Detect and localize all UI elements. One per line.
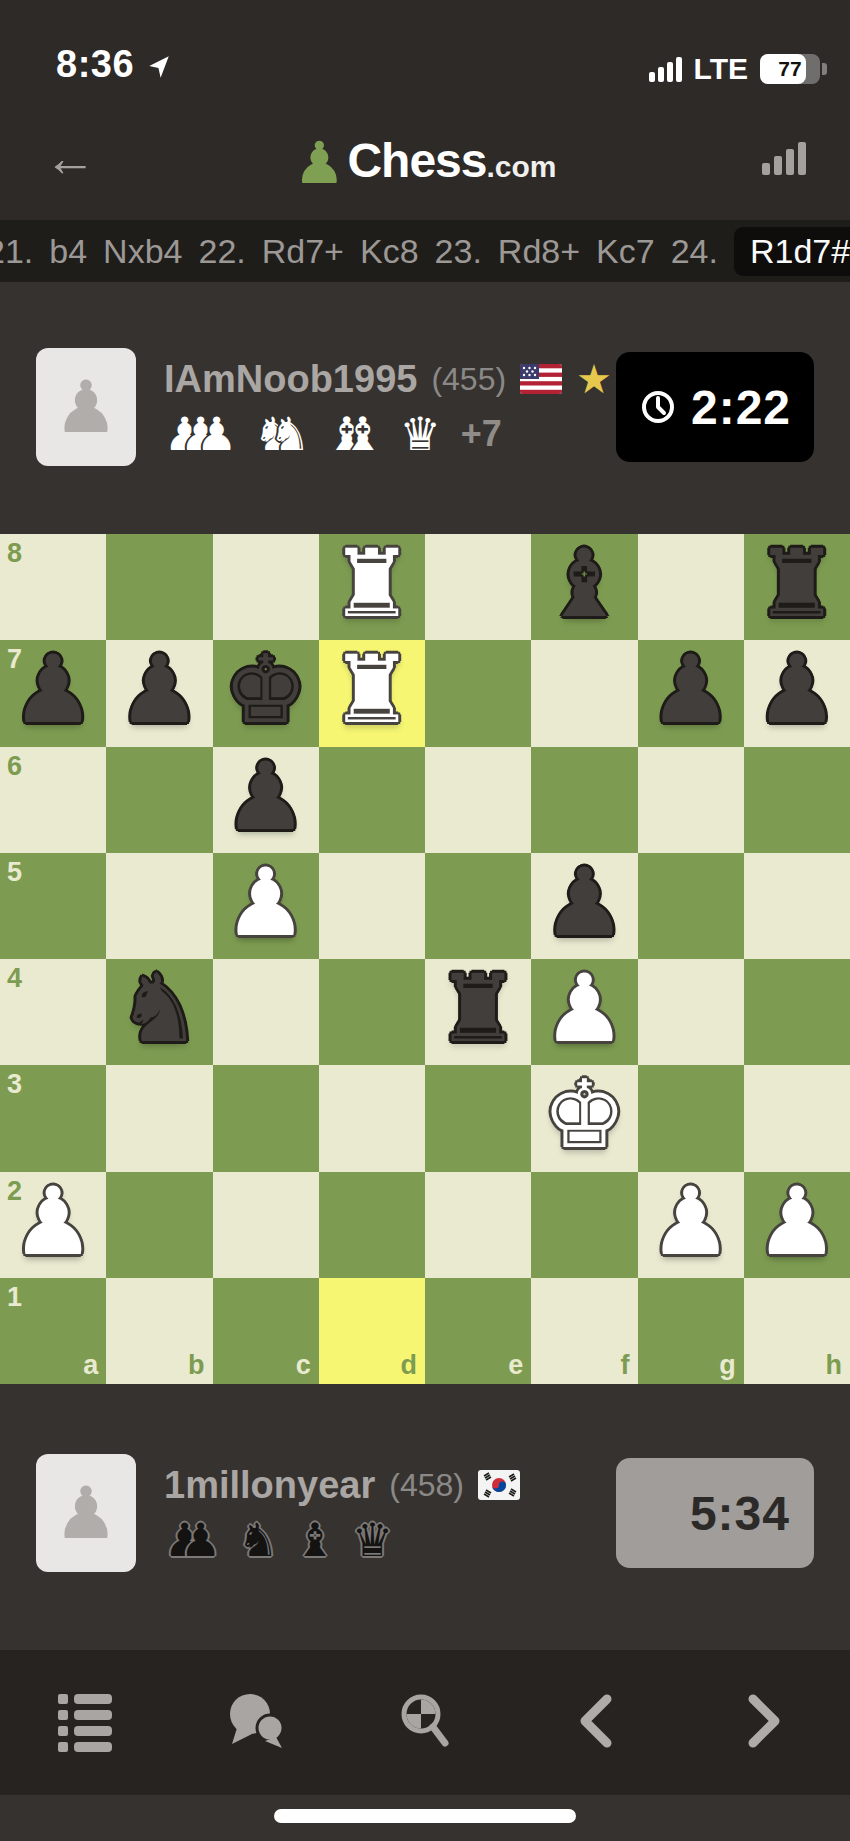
square-f4[interactable]: ♟ (531, 959, 637, 1065)
material-advantage: +7 (461, 413, 502, 455)
bottom-clock-time: 5:34 (690, 1486, 790, 1541)
piece-white-pawn: ♟ (755, 1175, 839, 1269)
cellular-signal-icon (649, 57, 682, 82)
captured-queen: ♛ (352, 1517, 393, 1563)
square-f8[interactable]: ♝ (531, 534, 637, 640)
square-g3[interactable] (638, 1065, 744, 1171)
square-g2[interactable]: ♟ (638, 1172, 744, 1278)
analysis-magnifier-icon (395, 1690, 455, 1756)
top-clock-time: 2:22 (691, 380, 791, 435)
bottom-player-panel: ♟ 1millonyear (458) (0, 1454, 850, 1572)
network-type-label: LTE (694, 52, 748, 86)
move-list: 21.b4Nxb422.Rd7+Kc823.Rd8+Kc724.R1d7# (0, 220, 850, 282)
rank-label-3: 3 (7, 1071, 22, 1098)
square-b6[interactable] (106, 747, 212, 853)
chevron-right-icon (745, 1691, 785, 1755)
square-c4[interactable] (213, 959, 319, 1065)
square-c8[interactable] (213, 534, 319, 640)
square-c2[interactable] (213, 1172, 319, 1278)
kr-flag-icon (478, 1470, 520, 1500)
top-player-panel: ♟ IAmNoob1995 (455) (0, 348, 850, 466)
square-b7[interactable]: ♟ (106, 640, 212, 746)
square-g8[interactable] (638, 534, 744, 640)
piece-black-rook: ♜ (436, 962, 520, 1056)
home-indicator[interactable] (274, 1809, 576, 1823)
avatar-pawn-icon: ♟ (54, 1477, 119, 1549)
captured-knight-group: ♞ (237, 1517, 278, 1563)
captured-bishop: ♝ (294, 1517, 335, 1563)
square-c1[interactable]: c (213, 1278, 319, 1384)
square-h7[interactable]: ♟ (744, 640, 850, 746)
captured-pawn-group: ♟♟♟ (164, 411, 237, 457)
square-g1[interactable]: g (638, 1278, 744, 1384)
square-f6[interactable] (531, 747, 637, 853)
square-e3[interactable] (425, 1065, 531, 1171)
us-flag-icon (520, 364, 562, 394)
square-b2[interactable] (106, 1172, 212, 1278)
piece-black-pawn: ♟ (755, 643, 839, 737)
square-f2[interactable] (531, 1172, 637, 1278)
bottom-player-name: 1millonyear (164, 1464, 375, 1507)
square-c6[interactable]: ♟ (213, 747, 319, 853)
square-b3[interactable] (106, 1065, 212, 1171)
piece-black-rook: ♜ (755, 537, 839, 631)
rank-label-6: 6 (7, 753, 22, 780)
app-header: ← ♟ Chess .com (0, 96, 850, 220)
file-label-h: h (826, 1352, 843, 1379)
captured-knight: ♞ (237, 1517, 278, 1563)
captured-bishop-group: ♝ (294, 1517, 335, 1563)
rank-label-1: 1 (7, 1284, 22, 1311)
square-c3[interactable] (213, 1065, 319, 1171)
piece-white-pawn: ♟ (542, 962, 626, 1056)
piece-black-pawn: ♟ (11, 643, 95, 737)
file-label-e: e (508, 1352, 523, 1379)
rank-label-5: 5 (7, 859, 22, 886)
piece-black-king: ♚ (223, 643, 307, 737)
square-f5[interactable]: ♟ (531, 853, 637, 959)
captured-bishop: ♝ (342, 411, 383, 457)
square-e5[interactable] (425, 853, 531, 959)
captured-knight: ♞ (269, 411, 310, 457)
square-e6[interactable] (425, 747, 531, 853)
square-h2[interactable]: ♟ (744, 1172, 850, 1278)
chesscom-logo: ♟ Chess .com (0, 128, 850, 188)
piece-white-rook: ♜ (330, 643, 414, 737)
square-h1[interactable]: h (744, 1278, 850, 1384)
square-e1[interactable]: e (425, 1278, 531, 1384)
square-c7[interactable]: ♚ (213, 640, 319, 746)
square-a6[interactable]: 6 (0, 747, 106, 853)
bottom-player-clock: 5:34 (616, 1458, 814, 1568)
chevron-left-icon (575, 1691, 615, 1755)
back-button[interactable]: ← (44, 132, 96, 184)
square-g4[interactable] (638, 959, 744, 1065)
captured-pawn: ♟ (196, 411, 237, 457)
square-h5[interactable] (744, 853, 850, 959)
square-b1[interactable]: b (106, 1278, 212, 1384)
square-a7[interactable]: 7♟ (0, 640, 106, 746)
piece-black-knight: ♞ (117, 962, 201, 1056)
square-d4[interactable] (319, 959, 425, 1065)
piece-white-rook: ♜ (330, 537, 414, 631)
square-b8[interactable] (106, 534, 212, 640)
avatar-pawn-icon: ♟ (54, 371, 119, 443)
square-b4[interactable]: ♞ (106, 959, 212, 1065)
status-bar: 8:36 LTE 77 (0, 0, 850, 96)
piece-black-pawn: ♟ (223, 750, 307, 844)
square-g5[interactable] (638, 853, 744, 959)
square-a1[interactable]: 1a (0, 1278, 106, 1384)
bottom-captured-row: ♟♟♞♝♛ (164, 1517, 520, 1563)
move-token[interactable]: Rd7+ (262, 232, 344, 271)
square-d6[interactable] (319, 747, 425, 853)
game-area: ♟ IAmNoob1995 (455) (0, 282, 850, 1650)
square-a3[interactable]: 3 (0, 1065, 106, 1171)
piece-black-pawn: ♟ (542, 856, 626, 950)
move-token[interactable]: 23. (435, 232, 482, 271)
move-token[interactable]: Nxb4 (103, 232, 182, 271)
square-d3[interactable] (319, 1065, 425, 1171)
move-token-current[interactable]: R1d7# (734, 227, 850, 276)
file-label-d: d (401, 1352, 418, 1379)
bottom-player-rating: (458) (389, 1467, 464, 1504)
move-token[interactable]: 22. (198, 232, 245, 271)
file-label-g: g (719, 1352, 736, 1379)
top-captured-row: ♟♟♟♞♞♝♝♛ +7 (164, 411, 612, 457)
piece-black-pawn: ♟ (117, 643, 201, 737)
square-f7[interactable] (531, 640, 637, 746)
square-g7[interactable]: ♟ (638, 640, 744, 746)
square-h8[interactable]: ♜ (744, 534, 850, 640)
square-a2[interactable]: 2♟ (0, 1172, 106, 1278)
top-player-clock: 2:22 (616, 352, 814, 462)
square-c5[interactable]: ♟ (213, 853, 319, 959)
chat-button[interactable] (170, 1650, 340, 1795)
rank-label-8: 8 (7, 540, 22, 567)
logo-pawn-icon: ♟ (293, 134, 345, 192)
file-label-b: b (188, 1352, 205, 1379)
captured-queen-group: ♛ (352, 1517, 393, 1563)
square-e2[interactable] (425, 1172, 531, 1278)
square-h6[interactable] (744, 747, 850, 853)
connection-strength-icon (762, 142, 806, 175)
list-icon (58, 1694, 112, 1752)
rank-label-4: 4 (7, 965, 22, 992)
logo-text-com: .com (487, 150, 557, 184)
piece-black-pawn: ♟ (648, 643, 732, 737)
battery-percent: 77 (760, 54, 820, 84)
move-token[interactable]: 21. (0, 232, 33, 271)
square-a8[interactable]: 8 (0, 534, 106, 640)
bottom-player-avatar[interactable]: ♟ (36, 1454, 136, 1572)
square-e8[interactable] (425, 534, 531, 640)
piece-white-pawn: ♟ (648, 1175, 732, 1269)
square-d8[interactable]: ♜ (319, 534, 425, 640)
captured-bishop-group: ♝♝ (326, 411, 383, 457)
captured-queen: ♛ (400, 411, 441, 457)
captured-pawn: ♟ (180, 1517, 221, 1563)
square-d7[interactable]: ♜ (319, 640, 425, 746)
next-move-button[interactable] (680, 1650, 850, 1795)
move-token[interactable]: Kc7 (596, 232, 655, 271)
chat-icon (222, 1690, 288, 1756)
piece-white-king: ♚ (542, 1068, 626, 1162)
move-token[interactable]: Rd8+ (498, 232, 580, 271)
piece-black-bishop: ♝ (542, 537, 626, 631)
move-list-button[interactable] (0, 1650, 170, 1795)
chess-app-screen: 8:36 LTE 77 ← ♟ Chess .com 21.b (0, 0, 850, 1841)
move-token[interactable]: b4 (49, 232, 87, 271)
top-player-rating: (455) (431, 361, 506, 398)
location-arrow-icon (146, 54, 172, 84)
captured-pawn-group: ♟♟ (164, 1517, 221, 1563)
square-e7[interactable] (425, 640, 531, 746)
logo-text: Chess (347, 133, 486, 188)
square-a4[interactable]: 4 (0, 959, 106, 1065)
file-label-a: a (83, 1352, 98, 1379)
square-g6[interactable] (638, 747, 744, 853)
square-e4[interactable]: ♜ (425, 959, 531, 1065)
top-player-name: IAmNoob1995 (164, 358, 417, 401)
piece-white-pawn: ♟ (11, 1175, 95, 1269)
top-player-avatar[interactable]: ♟ (36, 348, 136, 466)
square-f3[interactable]: ♚ (531, 1065, 637, 1171)
home-indicator-area (0, 1795, 850, 1841)
square-h4[interactable] (744, 959, 850, 1065)
analysis-button[interactable] (340, 1650, 510, 1795)
chess-board: 8♜♝♜7♟♟♚♜♟♟6♟5♟♟4♞♜♟3♚2♟♟♟1abcdefgh (0, 534, 850, 1384)
square-b5[interactable] (106, 853, 212, 959)
file-label-f: f (621, 1352, 630, 1379)
square-a5[interactable]: 5 (0, 853, 106, 959)
square-d2[interactable] (319, 1172, 425, 1278)
previous-move-button[interactable] (510, 1650, 680, 1795)
battery-icon: 77 (760, 54, 820, 84)
captured-knight-group: ♞♞ (253, 411, 310, 457)
piece-white-pawn: ♟ (223, 856, 307, 950)
square-d5[interactable] (319, 853, 425, 959)
move-token[interactable]: Kc8 (360, 232, 419, 271)
square-f1[interactable]: f (531, 1278, 637, 1384)
star-badge-icon: ★ (576, 359, 612, 399)
square-h3[interactable] (744, 1065, 850, 1171)
captured-queen-group: ♛ (400, 411, 441, 457)
status-time: 8:36 (56, 43, 134, 86)
square-d1[interactable]: d (319, 1278, 425, 1384)
move-token[interactable]: 24. (671, 232, 718, 271)
clock-icon (639, 388, 677, 426)
bottom-toolbar (0, 1650, 850, 1795)
file-label-c: c (296, 1352, 311, 1379)
